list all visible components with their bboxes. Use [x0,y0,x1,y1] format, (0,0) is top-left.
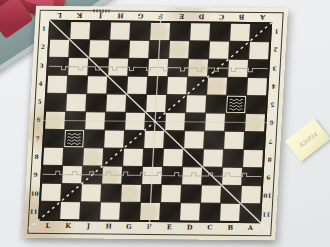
square-H8[interactable] [103,148,123,165]
square-C1[interactable] [210,24,230,41]
square-D10[interactable] [181,185,201,202]
square-G1[interactable] [130,23,150,40]
square-F10[interactable] [141,185,161,202]
square-K11[interactable] [60,202,80,219]
square-H6[interactable] [105,112,125,129]
file-label-J: J [78,221,99,231]
square-H5[interactable] [106,94,126,111]
square-H2[interactable] [109,40,129,57]
file-label-rotated-B: B [232,12,253,22]
square-B2[interactable] [229,42,249,59]
square-K8[interactable] [63,148,83,165]
square-E7[interactable] [164,131,184,148]
square-F8[interactable] [143,149,163,166]
square-J5[interactable] [86,94,106,111]
square-C8[interactable] [203,150,223,167]
rank-label-rotated-11: 11 [261,205,272,223]
square-A1[interactable] [250,24,270,41]
square-H10[interactable] [101,184,121,201]
square-A2[interactable] [249,42,269,59]
square-K10[interactable] [61,184,81,201]
square-H11[interactable] [100,202,120,219]
square-B3[interactable] [228,60,248,77]
file-label-rotated-A: A [252,12,273,22]
square-E6[interactable] [165,113,185,130]
rank-label-8: 8 [31,148,42,166]
square-G9[interactable] [122,167,142,184]
file-label-C: C [200,223,221,233]
square-L3[interactable] [48,58,68,75]
square-F9[interactable] [142,167,162,184]
rank-label-rotated-9: 9 [263,168,274,186]
square-E5[interactable] [166,95,186,112]
square-J9[interactable] [82,166,102,183]
square-E10[interactable] [161,185,181,202]
square-G2[interactable] [129,41,149,58]
square-A8[interactable] [243,150,263,167]
square-H1[interactable] [110,22,130,39]
square-G4[interactable] [127,77,147,94]
square-L11[interactable] [40,202,60,219]
rank-label-3: 3 [36,56,47,74]
square-B5[interactable] [226,96,246,113]
square-B1[interactable] [230,24,250,41]
square-F3[interactable] [148,59,168,76]
rank-label-rotated-2: 2 [270,40,281,58]
photo-scene: LKJHGFEDCBA LKJHGFEDCBA 1234567891011 12… [0,0,330,247]
square-F7[interactable] [144,131,164,148]
file-label-H: H [98,221,119,231]
square-L9[interactable] [42,166,62,183]
square-C9[interactable] [202,168,222,185]
square-A10[interactable] [241,186,261,203]
square-J1[interactable] [90,22,110,39]
sticky-note-text: A26014 [297,131,318,148]
square-C2[interactable] [209,42,229,59]
square-A3[interactable] [248,60,268,77]
square-B8[interactable] [223,150,243,167]
square-D3[interactable] [188,59,208,76]
rank-label-1: 1 [38,20,49,38]
square-G3[interactable] [128,59,148,76]
square-L6[interactable] [45,112,65,129]
file-label-L: L [37,221,58,231]
square-L4[interactable] [47,76,67,93]
square-C4[interactable] [207,78,227,95]
square-E1[interactable] [170,23,190,40]
rank-label-rotated-4: 4 [268,77,279,95]
square-D7[interactable] [184,131,204,148]
rank-label-rotated-1: 1 [271,22,282,40]
file-label-rotated-G: G [130,11,151,21]
file-label-A: A [240,223,261,233]
file-label-rotated-F: F [151,11,172,21]
square-J11[interactable] [80,202,100,219]
square-J7[interactable] [84,130,104,147]
square-A9[interactable] [242,168,262,185]
square-H3[interactable] [108,58,128,75]
square-H9[interactable] [102,166,122,183]
square-C10[interactable] [201,186,221,203]
rank-label-7: 7 [32,129,43,147]
square-F11[interactable] [140,203,160,220]
square-K9[interactable] [62,166,82,183]
square-E8[interactable] [163,149,183,166]
square-F1[interactable] [150,23,170,40]
square-J2[interactable] [89,40,109,57]
rank-label-11: 11 [28,202,39,220]
square-H7[interactable] [104,130,124,147]
square-J10[interactable] [81,184,101,201]
square-G5[interactable] [126,95,146,112]
square-B9[interactable] [222,168,242,185]
square-F5[interactable] [146,95,166,112]
square-K2[interactable] [69,40,89,57]
square-C3[interactable] [208,60,228,77]
rank-label-rotated-3: 3 [269,59,280,77]
square-G6[interactable] [125,113,145,130]
square-D5[interactable] [186,95,206,112]
square-D2[interactable] [189,41,209,58]
square-B4[interactable] [227,78,247,95]
square-F4[interactable] [147,77,167,94]
rank-label-rotated-6: 6 [266,114,277,132]
square-D6[interactable] [185,113,205,130]
file-label-K: K [58,221,79,231]
square-K1[interactable] [70,22,90,39]
square-L2[interactable] [49,40,69,57]
square-F6[interactable] [145,113,165,130]
square-K4[interactable] [67,76,87,93]
file-label-rotated-E: E [171,11,192,21]
board-grid-frame [38,20,272,223]
square-D9[interactable] [182,167,202,184]
square-J4[interactable] [87,76,107,93]
rank-label-rotated-5: 5 [267,95,278,113]
square-B10[interactable] [221,186,241,203]
square-K7[interactable] [64,130,84,147]
square-L10[interactable] [41,184,61,201]
square-E4[interactable] [167,77,187,94]
square-J8[interactable] [83,148,103,165]
square-F2[interactable] [149,41,169,58]
square-A11[interactable] [240,204,260,221]
square-E11[interactable] [160,203,180,220]
square-D8[interactable] [183,149,203,166]
square-H4[interactable] [107,76,127,93]
square-K6[interactable] [65,112,85,129]
square-J3[interactable] [88,58,108,75]
game-board: LKJHGFEDCBA LKJHGFEDCBA 1234567891011 12… [23,6,288,241]
rank-label-6: 6 [33,111,44,129]
file-label-rotated-L: L [49,10,70,20]
file-label-rotated-H: H [110,10,131,20]
square-E9[interactable] [162,167,182,184]
square-C11[interactable] [200,204,220,221]
square-B7[interactable] [224,132,244,149]
file-label-D: D [179,222,200,232]
square-J6[interactable] [85,112,105,129]
square-L8[interactable] [43,148,63,165]
square-B11[interactable] [220,204,240,221]
rank-label-rotated-10: 10 [262,187,273,205]
file-label-B: B [220,223,241,233]
file-label-rotated-D: D [191,11,212,21]
board-grid [40,22,270,221]
square-G10[interactable] [121,185,141,202]
file-label-G: G [119,222,140,232]
square-B6[interactable] [225,114,245,131]
rank-label-5: 5 [34,93,45,111]
square-E2[interactable] [169,41,189,58]
square-G11[interactable] [120,203,140,220]
square-G7[interactable] [124,131,144,148]
file-label-rotated-K: K [70,10,91,20]
square-K3[interactable] [68,58,88,75]
file-label-E: E [159,222,180,232]
square-G8[interactable] [123,149,143,166]
square-E3[interactable] [168,59,188,76]
square-K5[interactable] [66,94,86,111]
square-A4[interactable] [247,78,267,95]
square-A5[interactable] [246,96,266,113]
square-A7[interactable] [244,132,264,149]
water-square-marker [65,131,83,146]
file-label-rotated-C: C [211,12,232,22]
rank-label-rotated-8: 8 [264,150,275,168]
rank-label-rotated-7: 7 [265,132,276,150]
file-label-F: F [139,222,160,232]
water-square-marker [227,97,245,112]
square-D1[interactable] [190,23,210,40]
square-A6[interactable] [245,114,265,131]
square-L1[interactable] [50,22,70,39]
rank-label-9: 9 [30,166,41,184]
square-D4[interactable] [187,77,207,94]
square-C6[interactable] [205,114,225,131]
square-L7[interactable] [44,130,64,147]
fine-print-mark [93,9,110,12]
sticky-note: A26014 [285,118,330,161]
rank-label-10: 10 [29,184,40,202]
square-C5[interactable] [206,96,226,113]
rank-label-2: 2 [37,38,48,56]
rank-label-4: 4 [35,75,46,93]
square-D11[interactable] [180,203,200,220]
square-C7[interactable] [204,132,224,149]
square-L5[interactable] [46,94,66,111]
